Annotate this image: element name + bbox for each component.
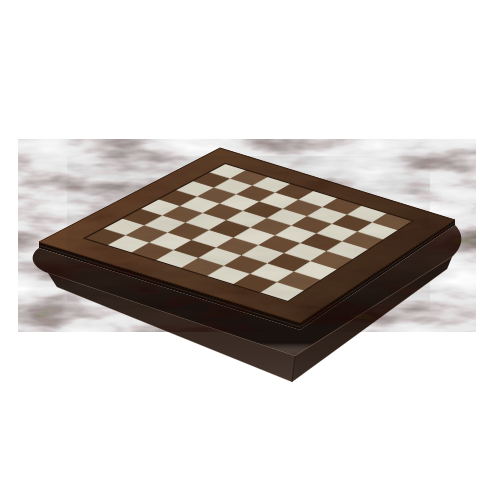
- product-photo: [0, 0, 480, 480]
- chess-board-box: [0, 0, 480, 480]
